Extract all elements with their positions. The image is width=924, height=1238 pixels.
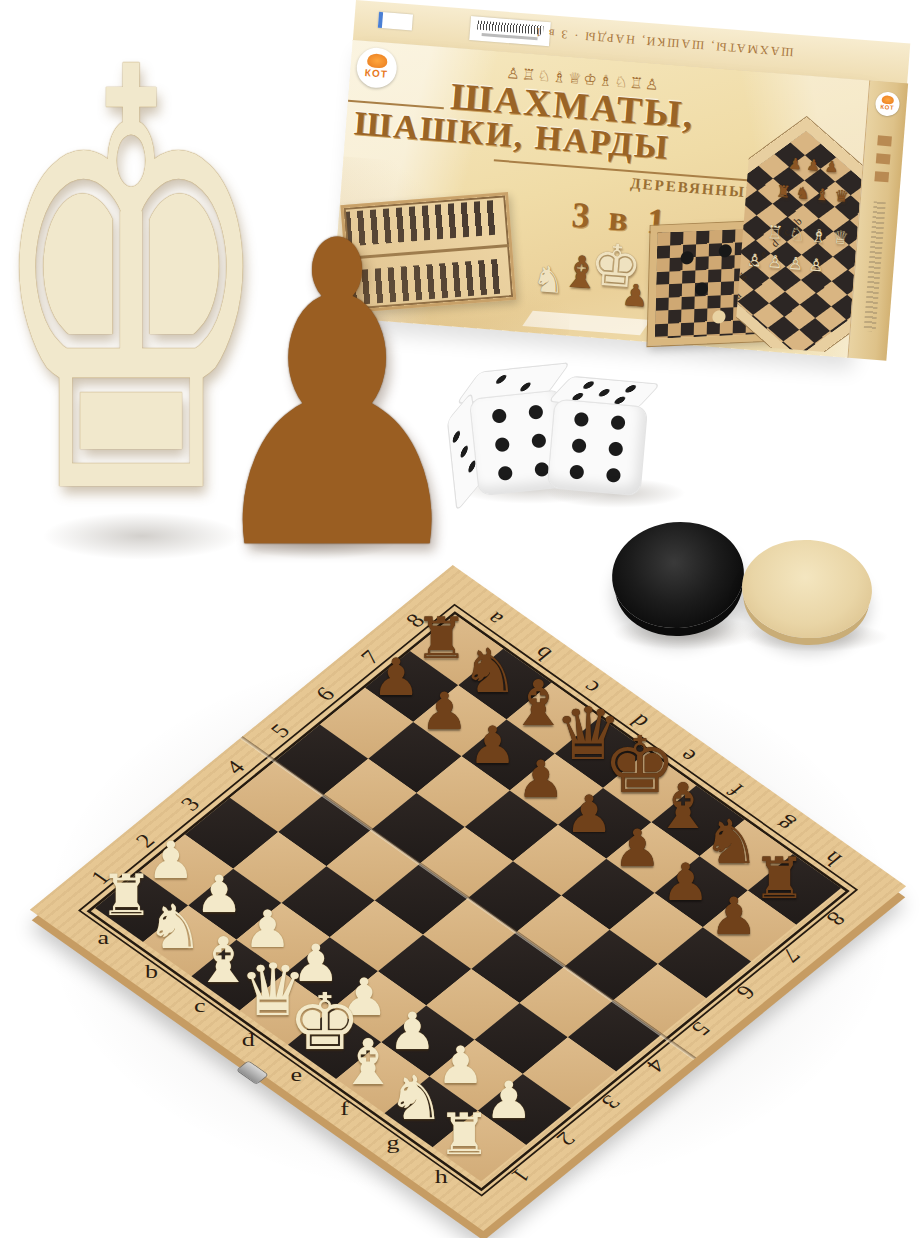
coord-label-d: d: [215, 1023, 281, 1058]
mini-chess-pieces-photo: ♞ ♝ ♚ ♟: [527, 227, 652, 336]
mini-pawn-piece: ♟: [621, 280, 650, 312]
board-scene: ♜♞♝♛♚♝♞♜♟♟♟♟♟♟♟♟♟♟♟♟♟♟♟♟♜♞♝♛♚♝♞♜ abcdefg…: [30, 565, 906, 1231]
mini-knight-piece: ♞: [531, 261, 566, 299]
product-photo-stage: ШАХМАТЫ, ШАШКИ, НАРДЫ · 3 в 1 КОТ ♙♖♘♗♕♔…: [0, 0, 924, 1238]
side-pictogram: [876, 153, 891, 164]
coord-label-b: b: [119, 955, 185, 990]
checker-dark: [608, 516, 749, 633]
mini-chessboard-photo: ♟ ♟ ♟ ♜ ♞ ♝ ♛ ♖ ♘ ♗ ♕ ♙ ♙ ♙ ♙ h g f e d …: [734, 101, 867, 353]
coord-label-f: f: [312, 1091, 378, 1126]
chessboard: ♜♞♝♛♚♝♞♜♟♟♟♟♟♟♟♟♟♟♟♟♟♟♟♟♜♞♝♛♚♝♞♜ abcdefg…: [30, 565, 906, 1231]
side-pictogram: [874, 171, 889, 182]
coord-label-a: a: [70, 920, 136, 955]
coord-label-e: e: [263, 1057, 329, 1092]
sticker-label: [378, 12, 413, 31]
brand-logo: КОТ: [355, 46, 398, 89]
side-pictogram: [877, 135, 892, 146]
die-right-front-face: [548, 400, 647, 496]
mini-brown-pawn-row: ♟ ♟ ♟: [788, 156, 839, 175]
plinth: [522, 311, 650, 335]
coord-label-g: g: [360, 1126, 426, 1161]
die-right: [535, 371, 676, 512]
coord-label-c: c: [167, 989, 233, 1024]
loose-brown-pawn-piece: ♟: [196, 208, 478, 588]
side-brand-logo: КОТ: [875, 91, 901, 117]
brand-name: КОТ: [356, 66, 397, 80]
coord-label-h: h: [408, 1160, 474, 1195]
side-fine-print: [864, 201, 886, 332]
side-brand-name: КОТ: [875, 103, 899, 111]
cat-icon: [367, 53, 388, 69]
